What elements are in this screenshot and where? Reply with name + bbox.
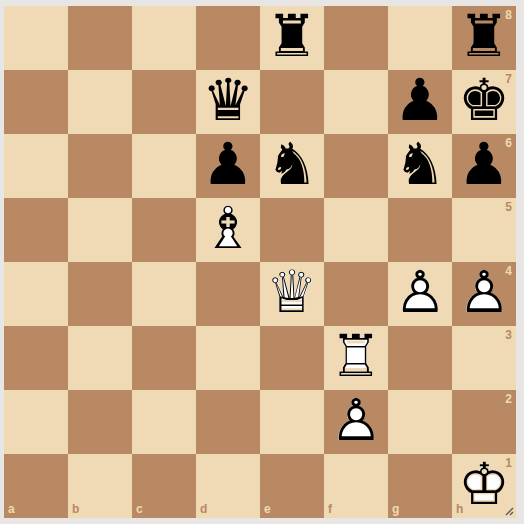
piece-white-pawn-f2[interactable]: ♟♙	[324, 390, 388, 454]
square-b1[interactable]: b	[68, 454, 132, 518]
piece-black-pawn-d6[interactable]: ♟	[196, 134, 260, 198]
square-a1[interactable]: a	[4, 454, 68, 518]
piece-black-pawn-h6[interactable]: ♟	[452, 134, 516, 198]
square-d6[interactable]: ♟	[196, 134, 260, 198]
piece-glyph: ♟	[452, 135, 516, 193]
square-c5[interactable]	[132, 198, 196, 262]
piece-outline-glyph: ♕	[260, 263, 324, 321]
square-a4[interactable]	[4, 262, 68, 326]
square-f8[interactable]	[324, 6, 388, 70]
square-d8[interactable]	[196, 6, 260, 70]
square-f7[interactable]	[324, 70, 388, 134]
square-e4[interactable]: ♛♕	[260, 262, 324, 326]
file-label-e: e	[264, 503, 271, 515]
square-g1[interactable]: g	[388, 454, 452, 518]
square-e2[interactable]	[260, 390, 324, 454]
square-f6[interactable]	[324, 134, 388, 198]
square-g3[interactable]	[388, 326, 452, 390]
square-b4[interactable]	[68, 262, 132, 326]
square-a2[interactable]	[4, 390, 68, 454]
piece-glyph: ♟	[196, 135, 260, 193]
piece-white-bishop-d5[interactable]: ♝♗	[196, 198, 260, 262]
square-g4[interactable]: ♟♙	[388, 262, 452, 326]
square-c7[interactable]	[132, 70, 196, 134]
page-background: ♜8♜♛♟7♚♟♞♞6♟♝♗5♛♕♟♙4♟♙♜♖3♟♙2abcdefgh1♚♔	[0, 0, 524, 524]
piece-outline-glyph: ♗	[196, 199, 260, 257]
square-c3[interactable]	[132, 326, 196, 390]
file-label-c: c	[136, 503, 143, 515]
piece-white-rook-f3[interactable]: ♜♖	[324, 326, 388, 390]
square-b5[interactable]	[68, 198, 132, 262]
piece-glyph: ♟	[388, 71, 452, 129]
piece-outline-glyph: ♙	[388, 263, 452, 321]
rank-label-3: 3	[505, 329, 512, 341]
square-d5[interactable]: ♝♗	[196, 198, 260, 262]
square-g2[interactable]	[388, 390, 452, 454]
square-h8[interactable]: 8♜	[452, 6, 516, 70]
square-e6[interactable]: ♞	[260, 134, 324, 198]
square-g5[interactable]	[388, 198, 452, 262]
piece-black-pawn-g7[interactable]: ♟	[388, 70, 452, 134]
piece-white-queen-e4[interactable]: ♛♕	[260, 262, 324, 326]
square-h5[interactable]: 5	[452, 198, 516, 262]
square-c6[interactable]	[132, 134, 196, 198]
square-f5[interactable]	[324, 198, 388, 262]
square-b8[interactable]	[68, 6, 132, 70]
square-f2[interactable]: ♟♙	[324, 390, 388, 454]
chess-board[interactable]: ♜8♜♛♟7♚♟♞♞6♟♝♗5♛♕♟♙4♟♙♜♖3♟♙2abcdefgh1♚♔	[4, 6, 516, 518]
piece-black-queen-d7[interactable]: ♛	[196, 70, 260, 134]
board-resize-handle-icon[interactable]	[501, 503, 515, 517]
square-g6[interactable]: ♞	[388, 134, 452, 198]
piece-outline-glyph: ♙	[324, 391, 388, 449]
file-label-g: g	[392, 503, 399, 515]
square-d4[interactable]	[196, 262, 260, 326]
piece-glyph: ♜	[452, 7, 516, 65]
square-d1[interactable]: d	[196, 454, 260, 518]
piece-black-king-h7[interactable]: ♚	[452, 70, 516, 134]
square-g7[interactable]: ♟	[388, 70, 452, 134]
piece-glyph: ♜	[260, 7, 324, 65]
square-g8[interactable]	[388, 6, 452, 70]
piece-black-rook-e8[interactable]: ♜	[260, 6, 324, 70]
square-d2[interactable]	[196, 390, 260, 454]
piece-white-pawn-g4[interactable]: ♟♙	[388, 262, 452, 326]
square-h4[interactable]: 4♟♙	[452, 262, 516, 326]
file-label-f: f	[328, 503, 332, 515]
file-label-a: a	[8, 503, 15, 515]
piece-glyph: ♚	[452, 71, 516, 129]
square-c2[interactable]	[132, 390, 196, 454]
square-e1[interactable]: e	[260, 454, 324, 518]
square-f3[interactable]: ♜♖	[324, 326, 388, 390]
square-a6[interactable]	[4, 134, 68, 198]
piece-black-knight-g6[interactable]: ♞	[388, 134, 452, 198]
square-a7[interactable]	[4, 70, 68, 134]
square-c4[interactable]	[132, 262, 196, 326]
piece-black-rook-h8[interactable]: ♜	[452, 6, 516, 70]
square-a5[interactable]	[4, 198, 68, 262]
square-h3[interactable]: 3	[452, 326, 516, 390]
square-e5[interactable]	[260, 198, 324, 262]
square-d7[interactable]: ♛	[196, 70, 260, 134]
square-c8[interactable]	[132, 6, 196, 70]
square-b2[interactable]	[68, 390, 132, 454]
rank-label-2: 2	[505, 393, 512, 405]
piece-outline-glyph: ♙	[452, 263, 516, 321]
square-b7[interactable]	[68, 70, 132, 134]
file-label-b: b	[72, 503, 79, 515]
square-e3[interactable]	[260, 326, 324, 390]
piece-outline-glyph: ♖	[324, 327, 388, 385]
piece-glyph: ♞	[388, 135, 452, 193]
rank-label-5: 5	[505, 201, 512, 213]
square-b6[interactable]	[68, 134, 132, 198]
square-a3[interactable]	[4, 326, 68, 390]
square-h6[interactable]: 6♟	[452, 134, 516, 198]
square-e8[interactable]: ♜	[260, 6, 324, 70]
square-h2[interactable]: 2	[452, 390, 516, 454]
piece-glyph: ♞	[260, 135, 324, 193]
square-e7[interactable]	[260, 70, 324, 134]
square-b3[interactable]	[68, 326, 132, 390]
square-f1[interactable]: f	[324, 454, 388, 518]
square-c1[interactable]: c	[132, 454, 196, 518]
piece-glyph: ♛	[196, 71, 260, 129]
piece-black-knight-e6[interactable]: ♞	[260, 134, 324, 198]
square-h7[interactable]: 7♚	[452, 70, 516, 134]
square-f4[interactable]	[324, 262, 388, 326]
piece-white-pawn-h4[interactable]: ♟♙	[452, 262, 516, 326]
square-d3[interactable]	[196, 326, 260, 390]
square-a8[interactable]	[4, 6, 68, 70]
file-label-d: d	[200, 503, 207, 515]
